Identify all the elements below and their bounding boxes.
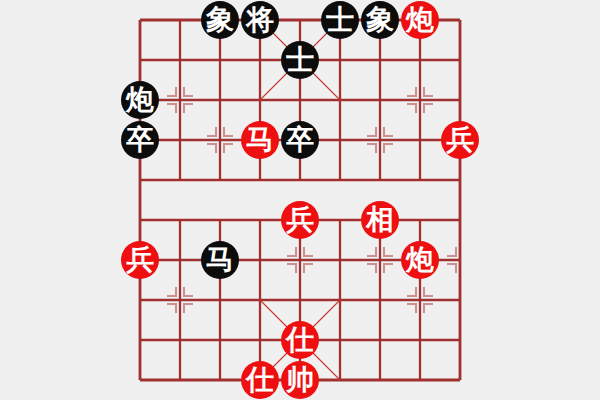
piece-glyph: 兵 bbox=[446, 126, 474, 154]
piece-glyph: 仕 bbox=[246, 366, 274, 394]
piece-glyph: 兵 bbox=[126, 246, 154, 274]
piece-red-general[interactable]: 帅 bbox=[281, 361, 319, 399]
piece-glyph: 士 bbox=[286, 46, 314, 74]
piece-black-advisor[interactable]: 士 bbox=[321, 1, 359, 39]
xiangqi-board-screen: 象将士象炮士炮卒马卒兵兵相兵马炮仕仕帅 bbox=[0, 0, 600, 400]
piece-red-cannon[interactable]: 炮 bbox=[401, 1, 439, 39]
piece-glyph: 将 bbox=[246, 6, 274, 34]
piece-red-horse[interactable]: 马 bbox=[241, 121, 279, 159]
pieces-layer: 象将士象炮士炮卒马卒兵兵相兵马炮仕仕帅 bbox=[120, 0, 480, 400]
piece-red-advisor[interactable]: 仕 bbox=[241, 361, 279, 399]
piece-glyph: 兵 bbox=[286, 206, 314, 234]
piece-black-cannon[interactable]: 炮 bbox=[121, 81, 159, 119]
piece-black-general[interactable]: 将 bbox=[241, 1, 279, 39]
piece-black-elephant[interactable]: 象 bbox=[201, 1, 239, 39]
piece-black-horse[interactable]: 马 bbox=[201, 241, 239, 279]
piece-red-pawn[interactable]: 兵 bbox=[281, 201, 319, 239]
piece-glyph: 马 bbox=[206, 246, 234, 274]
piece-red-advisor[interactable]: 仕 bbox=[281, 321, 319, 359]
piece-glyph: 帅 bbox=[286, 366, 314, 394]
piece-red-pawn[interactable]: 兵 bbox=[441, 121, 479, 159]
piece-glyph: 炮 bbox=[406, 246, 434, 274]
piece-glyph: 士 bbox=[326, 6, 354, 34]
piece-glyph: 仕 bbox=[286, 326, 314, 354]
piece-glyph: 炮 bbox=[406, 6, 434, 34]
piece-red-cannon[interactable]: 炮 bbox=[401, 241, 439, 279]
piece-black-pawn[interactable]: 卒 bbox=[281, 121, 319, 159]
piece-black-elephant[interactable]: 象 bbox=[361, 1, 399, 39]
piece-glyph: 象 bbox=[366, 6, 394, 34]
piece-black-pawn[interactable]: 卒 bbox=[121, 121, 159, 159]
piece-glyph: 象 bbox=[206, 6, 234, 34]
piece-glyph: 马 bbox=[246, 126, 274, 154]
piece-glyph: 炮 bbox=[126, 86, 154, 114]
piece-red-pawn[interactable]: 兵 bbox=[121, 241, 159, 279]
piece-red-elephant[interactable]: 相 bbox=[361, 201, 399, 239]
piece-glyph: 卒 bbox=[126, 126, 154, 154]
piece-glyph: 相 bbox=[366, 206, 394, 234]
piece-glyph: 卒 bbox=[286, 126, 314, 154]
piece-black-advisor[interactable]: 士 bbox=[281, 41, 319, 79]
